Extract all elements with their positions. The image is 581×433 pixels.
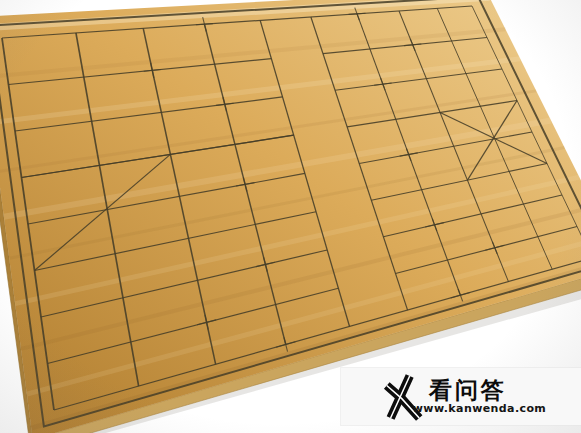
board-photo: 看问答 www.kanwenda.com [0, 0, 581, 433]
watermark-title: 看问答 [429, 379, 507, 402]
watermark-url: www.kanwenda.com [413, 403, 546, 414]
watermark-text: 看问答 www.kanwenda.com [429, 379, 546, 414]
watermark: 看问答 www.kanwenda.com [341, 368, 581, 425]
